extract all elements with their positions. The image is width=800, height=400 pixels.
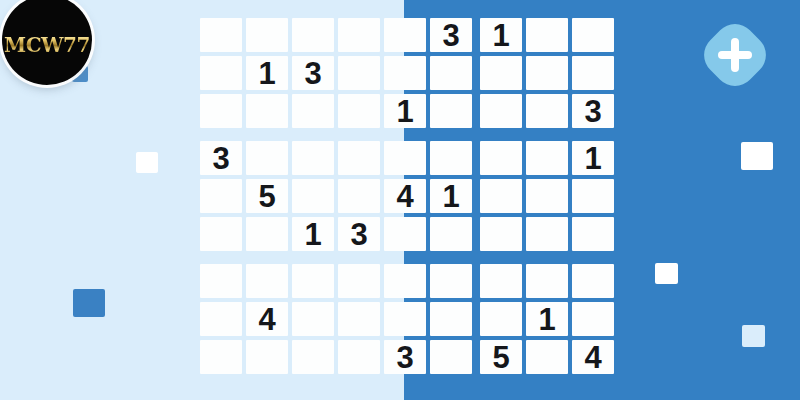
decor-square-white-right bbox=[655, 263, 678, 284]
sudoku-cell-r1c1[interactable] bbox=[200, 18, 242, 52]
sudoku-cell-r5c1[interactable] bbox=[200, 179, 242, 213]
sudoku-cell-r5c7[interactable] bbox=[480, 179, 522, 213]
decor-square-white-topright bbox=[741, 142, 773, 170]
sudoku-cell-r7c2[interactable] bbox=[246, 264, 288, 298]
sudoku-cell-r8c8[interactable]: 1 bbox=[526, 302, 568, 336]
sudoku-cell-r1c4[interactable] bbox=[338, 18, 380, 52]
sudoku-cell-r6c6[interactable] bbox=[430, 217, 472, 251]
sudoku-cell-r1c8[interactable] bbox=[526, 18, 568, 52]
sudoku-cell-r4c4[interactable] bbox=[338, 141, 380, 175]
sudoku-cell-r6c8[interactable] bbox=[526, 217, 568, 251]
sudoku-cell-r6c9[interactable] bbox=[572, 217, 614, 251]
sudoku-cell-r3c7[interactable] bbox=[480, 94, 522, 128]
sudoku-cell-r2c7[interactable] bbox=[480, 56, 522, 90]
sudoku-cell-r2c8[interactable] bbox=[526, 56, 568, 90]
sudoku-cell-r4c5[interactable] bbox=[384, 141, 426, 175]
sudoku-cell-r9c1[interactable] bbox=[200, 340, 242, 374]
sudoku-cell-r7c1[interactable] bbox=[200, 264, 242, 298]
sudoku-cell-r1c3[interactable] bbox=[292, 18, 334, 52]
sudoku-cell-r9c6[interactable] bbox=[430, 340, 472, 374]
sudoku-cell-r4c9[interactable]: 1 bbox=[572, 141, 614, 175]
sudoku-cell-r9c9[interactable]: 4 bbox=[572, 340, 614, 374]
sudoku-cell-r3c2[interactable] bbox=[246, 94, 288, 128]
sudoku-cell-r9c5[interactable]: 3 bbox=[384, 340, 426, 374]
sudoku-cell-r4c3[interactable] bbox=[292, 141, 334, 175]
sudoku-cell-r2c9[interactable] bbox=[572, 56, 614, 90]
plus-button[interactable] bbox=[695, 15, 774, 94]
decor-square-light-right bbox=[742, 325, 765, 347]
sudoku-cell-r5c2[interactable]: 5 bbox=[246, 179, 288, 213]
sudoku-cell-r7c7[interactable] bbox=[480, 264, 522, 298]
sudoku-cell-r2c5[interactable] bbox=[384, 56, 426, 90]
sudoku-cell-r3c5[interactable]: 1 bbox=[384, 94, 426, 128]
sudoku-cell-r5c6[interactable]: 1 bbox=[430, 179, 472, 213]
sudoku-cell-r2c1[interactable] bbox=[200, 56, 242, 90]
sudoku-cell-r6c1[interactable] bbox=[200, 217, 242, 251]
sudoku-cell-r9c8[interactable] bbox=[526, 340, 568, 374]
sudoku-cell-r1c5[interactable] bbox=[384, 18, 426, 52]
sudoku-cell-r7c6[interactable] bbox=[430, 264, 472, 298]
sudoku-cell-r3c9[interactable]: 3 bbox=[572, 94, 614, 128]
sudoku-cell-r9c3[interactable] bbox=[292, 340, 334, 374]
sudoku-cell-r2c6[interactable] bbox=[430, 56, 472, 90]
sudoku-cell-r3c6[interactable] bbox=[430, 94, 472, 128]
sudoku-cell-r4c1[interactable]: 3 bbox=[200, 141, 242, 175]
sudoku-cell-r4c8[interactable] bbox=[526, 141, 568, 175]
plus-icon bbox=[707, 27, 763, 83]
sudoku-cell-r2c3[interactable]: 3 bbox=[292, 56, 334, 90]
sudoku-cell-r1c9[interactable] bbox=[572, 18, 614, 52]
sudoku-cell-r3c4[interactable] bbox=[338, 94, 380, 128]
sudoku-cell-r1c7[interactable]: 1 bbox=[480, 18, 522, 52]
sudoku-cell-r4c2[interactable] bbox=[246, 141, 288, 175]
sudoku-cell-r1c2[interactable] bbox=[246, 18, 288, 52]
sudoku-cell-r7c4[interactable] bbox=[338, 264, 380, 298]
sudoku-cell-r5c4[interactable] bbox=[338, 179, 380, 213]
decor-square-blue-left bbox=[73, 289, 105, 317]
sudoku-cell-r6c4[interactable]: 3 bbox=[338, 217, 380, 251]
decor-square-white-left bbox=[136, 152, 158, 173]
sudoku-cell-r5c3[interactable] bbox=[292, 179, 334, 213]
sudoku-cell-r2c4[interactable] bbox=[338, 56, 380, 90]
sudoku-cell-r8c4[interactable] bbox=[338, 302, 380, 336]
sudoku-cell-r7c8[interactable] bbox=[526, 264, 568, 298]
sudoku-cell-r1c6[interactable]: 3 bbox=[430, 18, 472, 52]
sudoku-cell-r6c3[interactable]: 1 bbox=[292, 217, 334, 251]
sudoku-cell-r3c3[interactable] bbox=[292, 94, 334, 128]
sudoku-cell-r9c2[interactable] bbox=[246, 340, 288, 374]
sudoku-cell-r2c2[interactable]: 1 bbox=[246, 56, 288, 90]
sudoku-cell-r8c2[interactable]: 4 bbox=[246, 302, 288, 336]
sudoku-cell-r5c5[interactable]: 4 bbox=[384, 179, 426, 213]
sudoku-board: 311313315411341354 bbox=[200, 18, 614, 374]
sudoku-cell-r9c4[interactable] bbox=[338, 340, 380, 374]
sudoku-cell-r8c7[interactable] bbox=[480, 302, 522, 336]
banner-stage: MCW77 311313315411341354 bbox=[0, 0, 800, 400]
sudoku-cell-r4c7[interactable] bbox=[480, 141, 522, 175]
sudoku-cell-r8c3[interactable] bbox=[292, 302, 334, 336]
sudoku-cell-r7c3[interactable] bbox=[292, 264, 334, 298]
sudoku-cell-r4c6[interactable] bbox=[430, 141, 472, 175]
sudoku-cell-r8c9[interactable] bbox=[572, 302, 614, 336]
sudoku-cell-r7c9[interactable] bbox=[572, 264, 614, 298]
sudoku-cell-r9c7[interactable]: 5 bbox=[480, 340, 522, 374]
sudoku-cell-r8c6[interactable] bbox=[430, 302, 472, 336]
sudoku-cell-r5c9[interactable] bbox=[572, 179, 614, 213]
sudoku-cell-r6c7[interactable] bbox=[480, 217, 522, 251]
sudoku-cell-r3c8[interactable] bbox=[526, 94, 568, 128]
sudoku-cell-r3c1[interactable] bbox=[200, 94, 242, 128]
sudoku-cell-r6c2[interactable] bbox=[246, 217, 288, 251]
sudoku-cell-r8c1[interactable] bbox=[200, 302, 242, 336]
brand-logo-text: MCW77 bbox=[4, 33, 90, 57]
sudoku-cell-r6c5[interactable] bbox=[384, 217, 426, 251]
sudoku-cell-r5c8[interactable] bbox=[526, 179, 568, 213]
sudoku-cell-r7c5[interactable] bbox=[384, 264, 426, 298]
sudoku-cell-r8c5[interactable] bbox=[384, 302, 426, 336]
